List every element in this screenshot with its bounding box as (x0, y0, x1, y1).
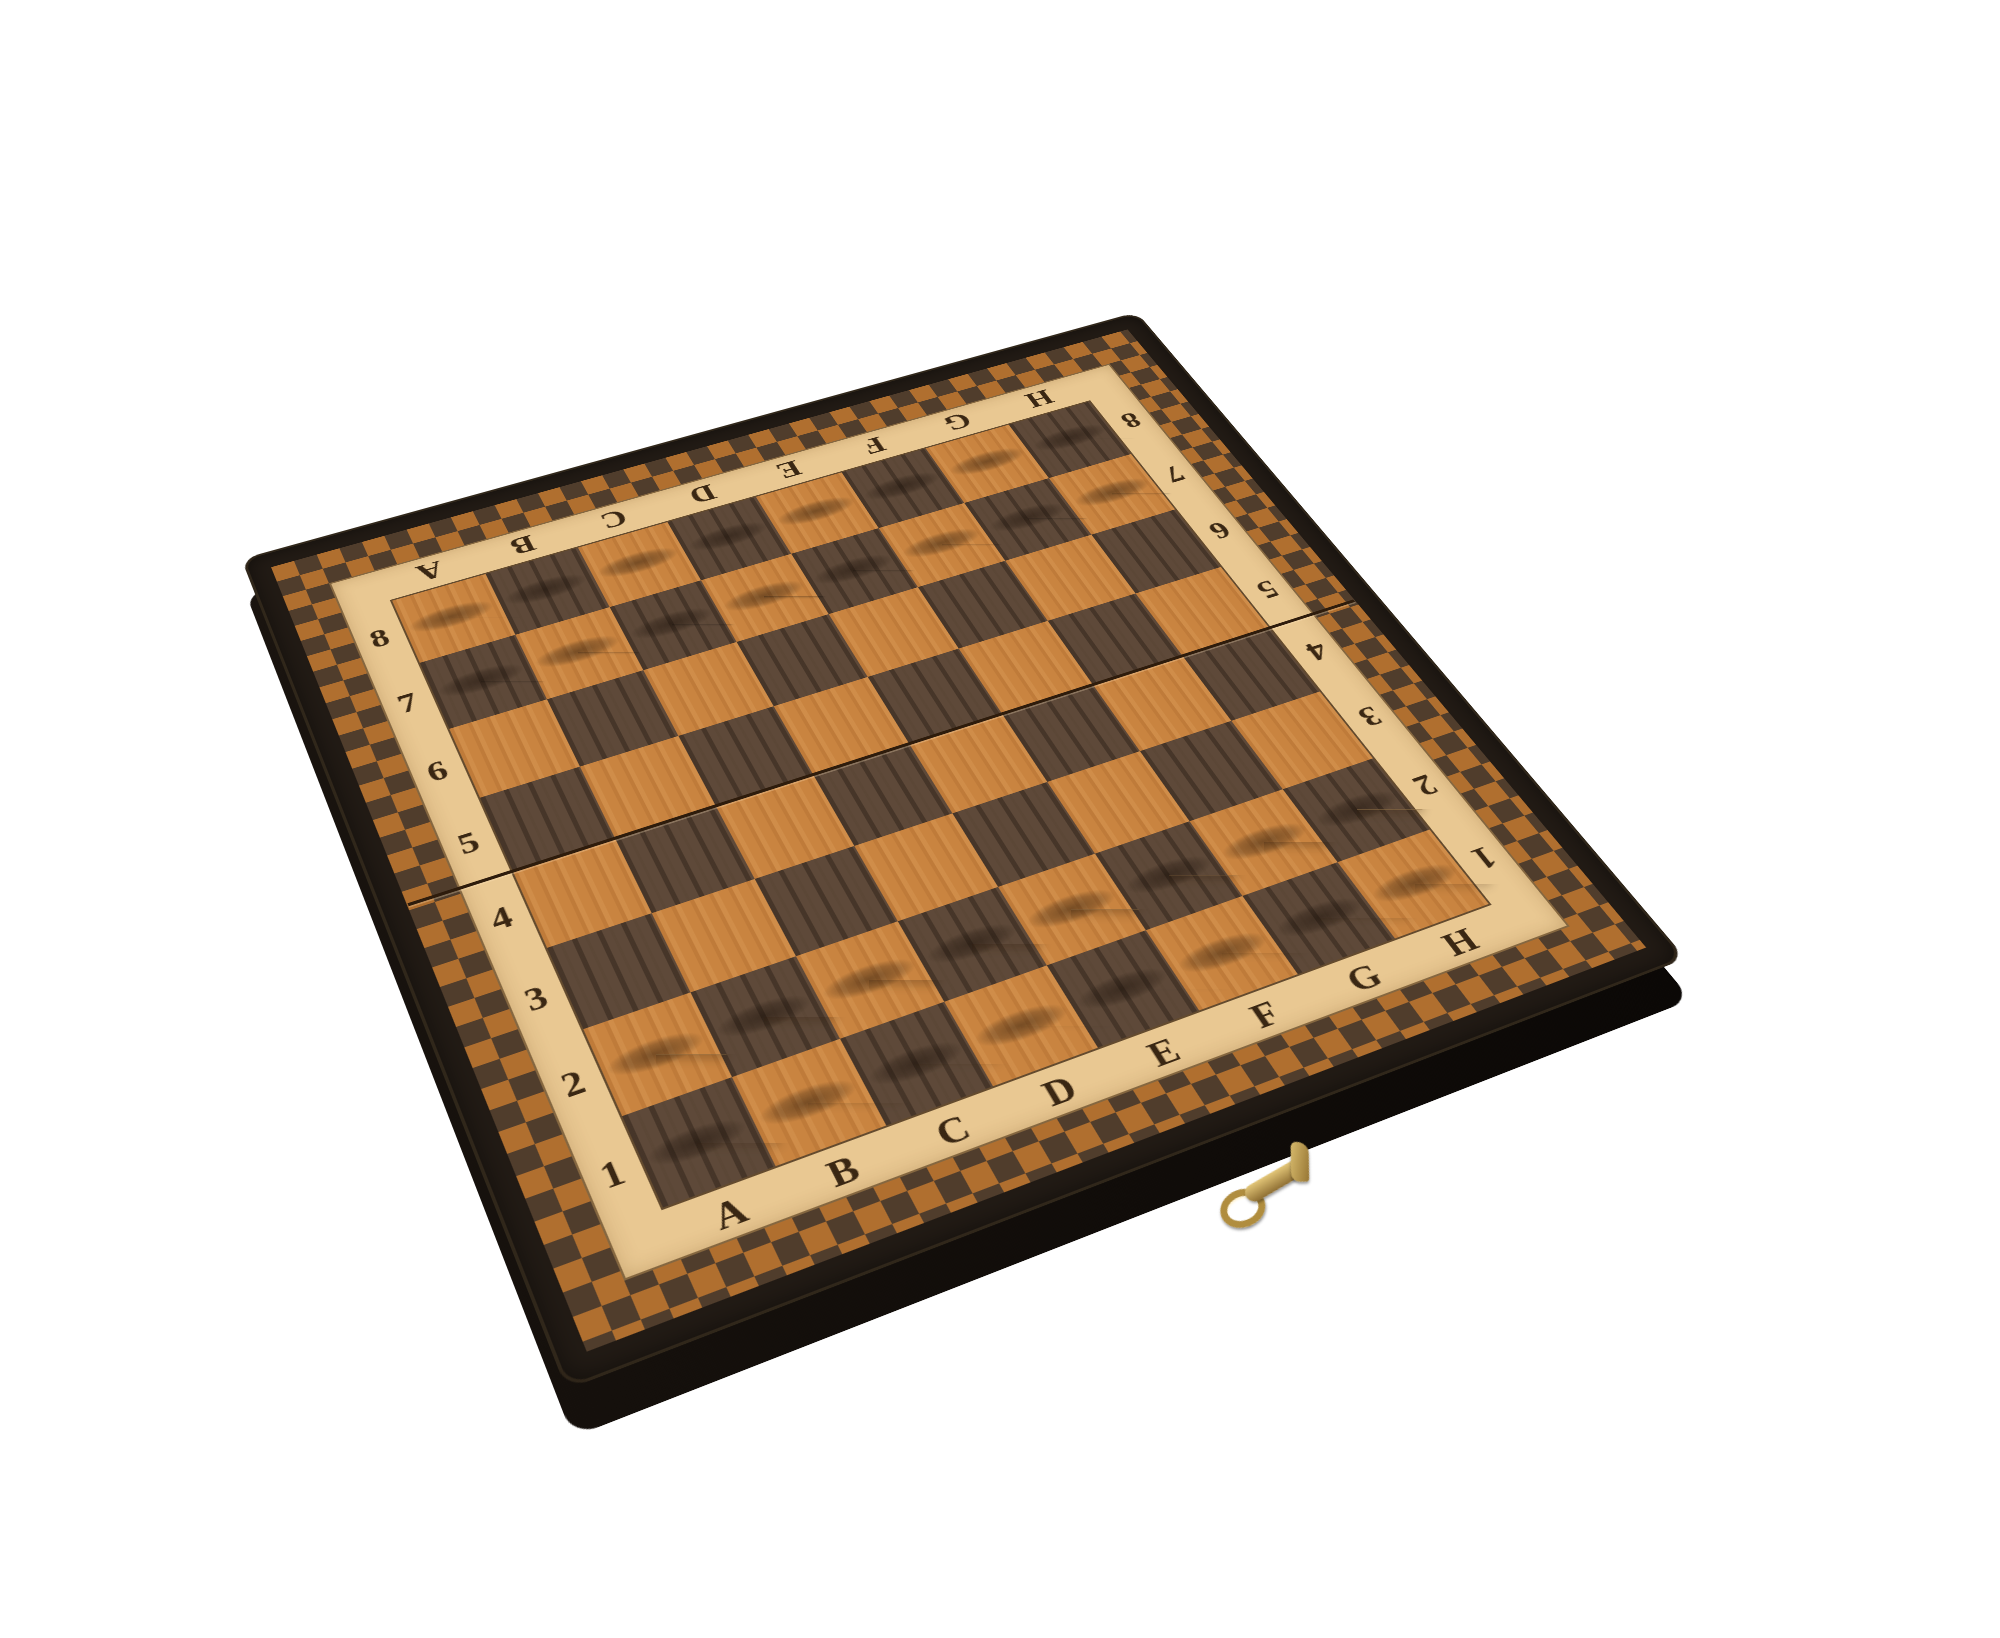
file-label-bottom-C: C (904, 1094, 1002, 1166)
file-label-bottom-B: B (794, 1134, 893, 1208)
file-label-bottom-E: E (1115, 1018, 1212, 1087)
product-photo-stage: 88AA77BB66CC55DD44EE33FF22GG11HH ♜♞♝♛♚♝♞… (0, 0, 2000, 1638)
file-label-bottom-A: A (680, 1175, 779, 1251)
rank-label-left-5: 5 (425, 813, 511, 872)
file-label-bottom-D: D (1011, 1056, 1108, 1126)
chess-board: 88AA77BB66CC55DD44EE33FF22GG11HH ♜♞♝♛♚♝♞… (241, 312, 1686, 1390)
file-label-bottom-G: G (1316, 945, 1411, 1010)
file-label-bottom-H: H (1413, 910, 1508, 973)
rank-label-left-6: 6 (395, 743, 479, 799)
file-label-bottom-F: F (1217, 981, 1313, 1048)
rank-label-left-4: 4 (457, 887, 546, 949)
latch-hook-icon (1291, 1142, 1310, 1182)
rank-label-left-1: 1 (564, 1137, 661, 1211)
scene-3d: 88AA77BB66CC55DD44EE33FF22GG11HH ♜♞♝♛♚♝♞… (0, 0, 2000, 1638)
